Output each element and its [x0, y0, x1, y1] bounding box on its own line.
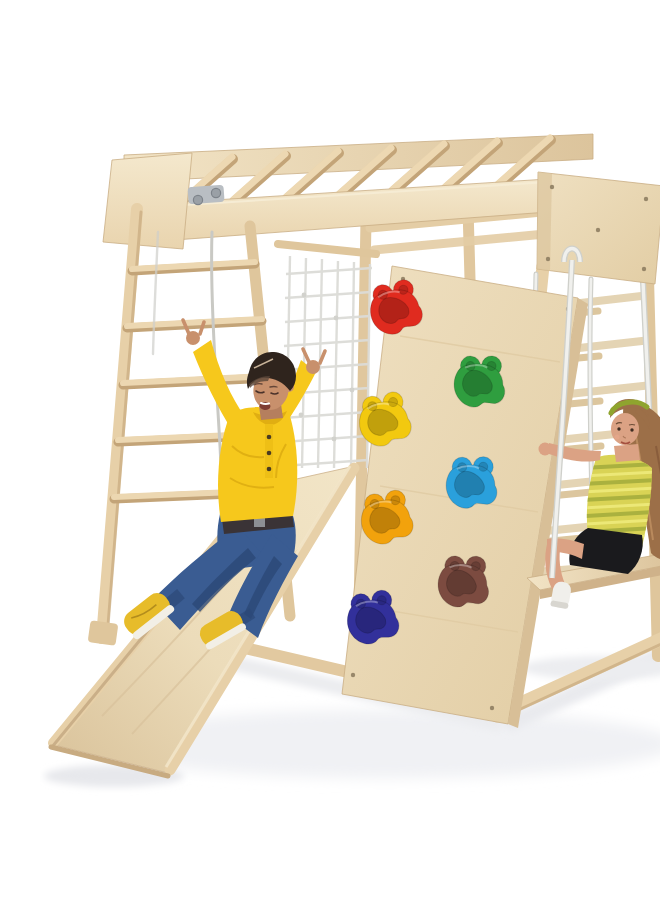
top-monkey-bars [103, 134, 660, 284]
hex-bolt [211, 188, 220, 197]
ladder-foot [88, 620, 119, 646]
top-side-rail [374, 234, 545, 250]
climbing-rope [153, 232, 158, 354]
girl-blush [614, 434, 619, 439]
girl-hand-left [539, 443, 552, 456]
hex-bolt [193, 195, 202, 204]
left-end-cap [103, 153, 192, 249]
girl-face [611, 413, 639, 445]
playset-product-photo [40, 16, 660, 904]
right-end-panel-edge [537, 172, 552, 271]
metal-bracket [187, 185, 224, 205]
girl-neck [614, 444, 640, 462]
playset-illustration [40, 16, 660, 904]
